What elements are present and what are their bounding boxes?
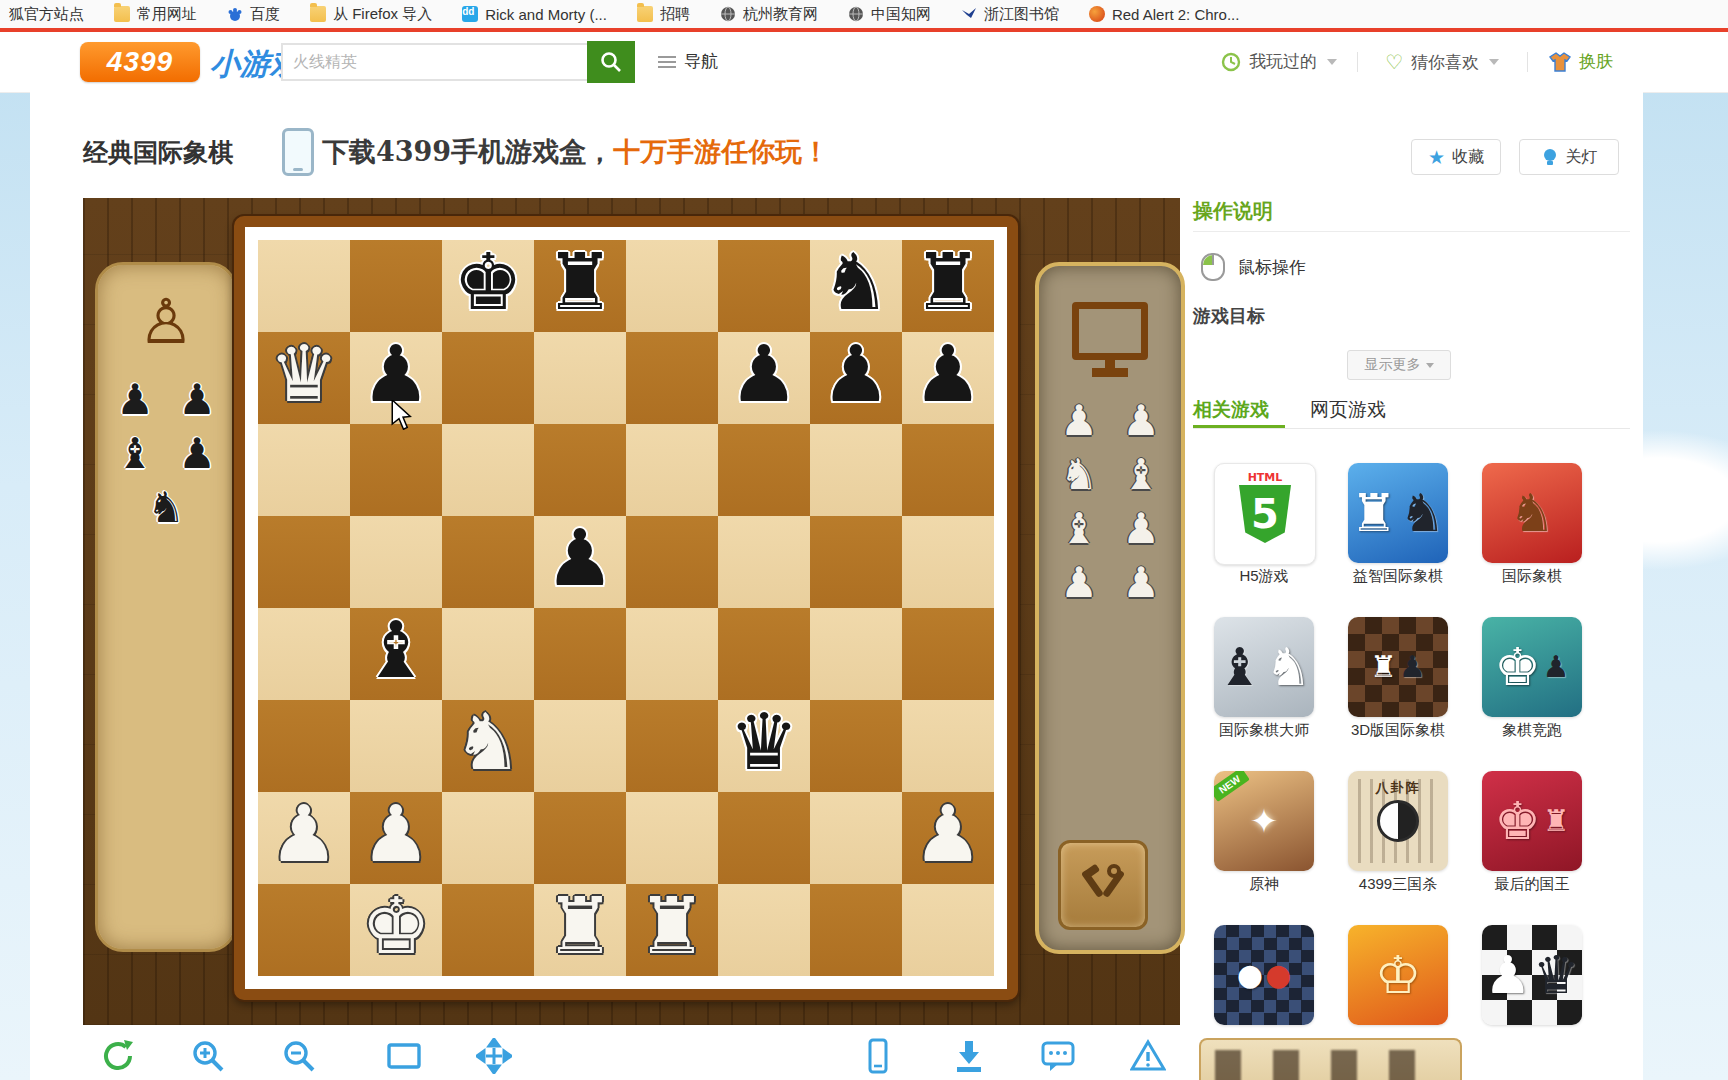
bird-icon [961,6,977,22]
captured-piece-wP: ♟ [1056,400,1102,442]
favorite-button[interactable]: ★收藏 [1411,139,1501,175]
chess-board: ♚♜♞♜♛♟♟♟♟♟♝♞♛♟♟♟♚♜♜ [258,240,994,976]
piece-bK: ♚ [453,243,523,321]
game-thumb-item[interactable]: ♜♞益智国际象棋 [1348,463,1448,563]
square-e2[interactable] [626,792,718,884]
square-a6[interactable] [258,424,350,516]
show-more-button[interactable]: 显示更多 [1347,350,1451,380]
thumb-glyph: ♛ [1533,949,1580,1001]
separator [1527,52,1528,72]
square-d5[interactable]: ♟ [534,516,626,608]
game-thumbnail[interactable]: ♚♜ [1482,771,1582,871]
piece-wK: ♚ [361,887,431,965]
played-label: 我玩过的 [1249,50,1317,73]
bookmark-label: 中国知网 [871,5,931,24]
game-caption: H5游戏 [1197,567,1331,586]
game-thumb-item[interactable]: ♞国际象棋 [1482,463,1582,563]
lights-label: 关灯 [1566,147,1598,168]
captured-piece-bP: ♟ [112,379,158,421]
bookmark-label: Rick and Morty (... [485,6,607,23]
square-a8[interactable] [258,240,350,332]
thumb-glyph: 5 [1239,485,1291,543]
square-c4[interactable] [442,608,534,700]
bookmark-label: 百度 [250,5,280,24]
player-captured-tray: ♙ ♟♟♝♟♞ [95,262,237,952]
game-thumbnail[interactable]: ♔ [1348,925,1448,1025]
partial-game-banner[interactable] [1199,1038,1462,1080]
square-h7[interactable]: ♟ [902,332,994,424]
game-area: ♙ ♟♟♝♟♞ ♟♟♞♝♝♟♟♟ ♚♜♞♜♛♟♟♟♟♟♝♞♛♟♟♟♚♜♜ [83,198,1180,1025]
square-f2[interactable] [718,792,810,884]
related-games-grid: HTML5H5游戏♜♞益智国际象棋♞国际象棋♝♞国际象棋大师♜♟3D版国际象棋♚… [1214,463,1582,1025]
thumb-glyph: ♚ [1494,641,1541,693]
square-d2[interactable] [534,792,626,884]
site-header: 4399 小游戏 导航 我玩过的 ♡ 猜你喜欢 换肤 [0,32,1728,93]
game-thumbnail[interactable]: NEW✦ [1214,771,1314,871]
bookmark-label: Red Alert 2: Chro... [1112,6,1240,23]
bookmark-item[interactable]: 浙江图书馆 [961,5,1059,24]
piece-bN: ♞ [821,243,891,321]
captured-piece-wB: ♝ [1056,508,1102,550]
site-logo[interactable]: 4399 [80,42,200,82]
fullscreen-icon[interactable] [386,1038,424,1076]
captured-piece-bP: ♟ [174,379,220,421]
game-caption: 3D版国际象棋 [1331,721,1465,740]
game-caption: 国际象棋 [1465,567,1599,586]
captured-piece-bN: ♞ [143,487,189,529]
game-toolbar [83,1025,1180,1080]
guess-you-like-menu[interactable]: ♡ 猜你喜欢 [1385,50,1499,74]
piece-bP: ♟ [545,519,615,597]
game-thumbnail[interactable]: HTML5 [1214,463,1316,565]
square-f4[interactable] [718,608,810,700]
bookmark-label: 杭州教育网 [743,5,818,24]
piece-wR: ♜ [545,887,615,965]
feedback-icon[interactable] [1040,1038,1078,1076]
thumb-glyph: ♟ [1399,652,1426,682]
square-d7[interactable] [534,332,626,424]
square-b3[interactable] [350,700,442,792]
captured-piece-wP: ♟ [1118,508,1164,550]
square-f3[interactable]: ♛ [718,700,810,792]
clock-icon [1221,52,1241,72]
game-thumbnail[interactable]: ♟♛ [1482,925,1582,1025]
thumb-glyph: ● [1237,960,1263,990]
square-a7[interactable]: ♛ [258,332,350,424]
thumb-glyph: ♟ [1484,949,1531,1001]
thumb-glyph: ♞ [1265,641,1312,693]
promo-part1: 下载4399手机游戏盒， [322,136,613,167]
captured-piece-bB: ♝ [112,433,158,475]
square-b4[interactable]: ♝ [350,608,442,700]
game-thumbnail[interactable]: 八卦阵 [1348,771,1448,871]
thumb-glyph: ♜ [1350,487,1397,539]
show-more-label: 显示更多 [1365,356,1421,374]
search-button[interactable] [587,41,635,83]
game-thumb-item[interactable]: ●● [1214,925,1314,1025]
square-c2[interactable] [442,792,534,884]
square-h8[interactable]: ♜ [902,240,994,332]
square-e6[interactable] [626,424,718,516]
game-thumbnail[interactable]: ♞ [1482,463,1582,563]
promo-text[interactable]: 下载4399手机游戏盒，十万手游任你玩！ [322,134,829,170]
piece-bR: ♜ [545,243,615,321]
bookmark-label: 狐官方站点 [9,5,84,24]
bookmark-item[interactable]: 从 Firefox 导入 [310,5,432,24]
game-thumbnail[interactable]: ♜♟ [1348,617,1448,717]
square-e1[interactable]: ♜ [626,884,718,976]
square-f5[interactable] [718,516,810,608]
game-thumb-item[interactable]: ♝♞国际象棋大师 [1214,617,1314,717]
thumb-glyph: ♜ [1543,806,1570,836]
square-a1[interactable] [258,884,350,976]
square-a3[interactable] [258,700,350,792]
game-caption: 象棋竞跑 [1465,721,1599,740]
square-g6[interactable] [810,424,902,516]
separator [1357,52,1358,72]
computer-monitor-icon [1072,302,1148,360]
folder-icon [637,6,653,22]
tab-web-games[interactable]: 网页游戏 [1310,397,1386,423]
guess-label: 猜你喜欢 [1411,51,1479,74]
piece-bP: ♟ [913,335,983,413]
mouse-cursor [391,400,413,434]
globe-icon [848,6,864,22]
piece-wP: ♟ [913,795,983,873]
new-badge: NEW [1214,771,1250,802]
mobile-icon[interactable] [860,1038,898,1076]
divider [1193,428,1630,429]
thumb-glyph: ♝ [1216,641,1263,693]
game-thumb-item[interactable]: NEW✦原神 [1214,771,1314,871]
square-g7[interactable]: ♟ [810,332,902,424]
pawn-outline-icon: ♙ [138,291,194,353]
nav-menu[interactable]: 导航 [658,50,718,73]
square-f6[interactable] [718,424,810,516]
square-e7[interactable] [626,332,718,424]
square-a2[interactable]: ♟ [258,792,350,884]
game-thumb-item[interactable]: ♔ [1348,925,1448,1025]
game-thumb-item[interactable]: 八卦阵4399三国杀 [1348,771,1448,871]
bookmark-item[interactable]: 常用网址 [114,5,197,24]
square-a5[interactable] [258,516,350,608]
bookmark-item[interactable]: 中国知网 [848,5,931,24]
chevron-down-icon [1489,59,1499,65]
square-d4[interactable] [534,608,626,700]
bulb-icon [1541,147,1559,167]
game-caption: 原神 [1197,875,1331,894]
download-icon[interactable] [951,1038,989,1076]
thumb-glyph: ♚ [1494,795,1541,847]
divider [1193,231,1630,232]
nav-label: 导航 [684,50,718,73]
search-icon [599,50,623,74]
thumb-glyph: 八卦阵 [1376,781,1421,794]
thumb-glyph [1377,800,1419,842]
bookmark-item[interactable]: ddRick and Morty (... [462,6,607,23]
chevron-down-icon [1327,59,1337,65]
dd-icon: dd [462,6,478,22]
thumb-glyph: ✦ [1250,804,1279,838]
captured-piece-wP: ♟ [1056,562,1102,604]
thumb-glyph: ♞ [1399,487,1446,539]
square-b2[interactable]: ♟ [350,792,442,884]
shirt-icon [1549,52,1571,72]
chevron-down-icon [1426,363,1434,368]
report-icon[interactable] [1130,1038,1168,1076]
mouse-operation-label: 鼠标操作 [1238,256,1306,279]
square-c6[interactable] [442,424,534,516]
bookmark-item[interactable]: Red Alert 2: Chro... [1089,6,1240,23]
bookmark-item[interactable]: 招聘 [637,5,690,24]
bookmark-item[interactable]: 百度 [227,5,280,24]
square-h2[interactable]: ♟ [902,792,994,884]
skin-label: 换肤 [1579,50,1613,73]
square-e4[interactable] [626,608,718,700]
game-thumbnail[interactable]: ♝♞ [1214,617,1314,717]
square-d6[interactable] [534,424,626,516]
captured-black-pieces: ♟♟♝♟♞ [98,379,234,529]
square-h4[interactable] [902,608,994,700]
square-d1[interactable]: ♜ [534,884,626,976]
folder-icon [114,6,130,22]
piece-wR: ♜ [637,887,707,965]
captured-piece-wB: ♝ [1118,454,1164,496]
phone-icon [282,128,314,176]
captured-piece-wN: ♞ [1056,454,1102,496]
square-f7[interactable]: ♟ [718,332,810,424]
game-caption: 4399三国杀 [1331,875,1465,894]
refresh-icon[interactable] [100,1038,138,1076]
square-d3[interactable] [534,700,626,792]
lights-off-button[interactable]: 关灯 [1519,139,1619,175]
square-g2[interactable] [810,792,902,884]
game-goal-label: 游戏目标 [1193,304,1265,328]
piece-bB: ♝ [361,611,431,689]
thumb-glyph: ♜ [1370,652,1397,682]
thumb-glyph: ● [1265,960,1291,990]
game-thumb-item[interactable]: ♜♟3D版国际象棋 [1348,617,1448,717]
mouse-icon [1200,252,1226,282]
game-thumbnail[interactable]: ♜♞ [1348,463,1448,563]
mouse-operation-row: 鼠标操作 [1200,252,1306,282]
bookmark-item[interactable]: 狐官方站点 [2,5,84,24]
game-thumb-item[interactable]: HTML5H5游戏 [1214,463,1314,563]
hamburger-icon [658,53,676,71]
favorite-label: 收藏 [1452,147,1484,168]
game-thumb-item[interactable]: ♚♜最后的国王 [1482,771,1582,871]
heart-icon: ♡ [1385,50,1403,74]
square-h5[interactable] [902,516,994,608]
help-section-title: 操作说明 [1193,198,1273,225]
piece-bP: ♟ [821,335,891,413]
bookmark-label: 常用网址 [137,5,197,24]
square-b1[interactable]: ♚ [350,884,442,976]
expand-icon[interactable] [476,1038,514,1076]
game-caption: 国际象棋大师 [1197,721,1331,740]
game-thumbnail[interactable]: ♚♟ [1482,617,1582,717]
captured-white-pieces: ♟♟♞♝♝♟♟♟ [1039,400,1181,604]
square-b8[interactable] [350,240,442,332]
square-e5[interactable] [626,516,718,608]
square-c7[interactable] [442,332,534,424]
game-caption: 益智国际象棋 [1331,567,1465,586]
search-input[interactable] [281,43,597,81]
folder-icon [310,6,326,22]
game-thumbnail[interactable]: ●● [1214,925,1314,1025]
game-caption: 最后的国王 [1465,875,1599,894]
square-f1[interactable] [718,884,810,976]
tools-icon [1081,863,1125,907]
square-g8[interactable]: ♞ [810,240,902,332]
thumb-glyph: ♟ [1543,652,1570,682]
square-c8[interactable]: ♚ [442,240,534,332]
square-c3[interactable]: ♞ [442,700,534,792]
square-b5[interactable] [350,516,442,608]
square-e3[interactable] [626,700,718,792]
red-alert-icon [1089,6,1105,22]
played-games-menu[interactable]: 我玩过的 [1221,50,1337,73]
zoom-in-icon[interactable] [190,1038,228,1076]
piece-bQ: ♛ [729,703,799,781]
square-f8[interactable] [718,240,810,332]
thumb-glyph: ♞ [1509,487,1556,539]
bookmark-label: 浙江图书馆 [984,5,1059,24]
bookmarks-bar: 狐官方站点 常用网址 百度 从 Firefox 导入 ddRick and Mo… [0,0,1728,29]
chess-board-frame: ♚♜♞♜♛♟♟♟♟♟♝♞♛♟♟♟♚♜♜ [234,216,1018,1000]
square-c5[interactable] [442,516,534,608]
square-a4[interactable] [258,608,350,700]
globe-icon [720,6,736,22]
piece-bR: ♜ [913,243,983,321]
square-c1[interactable] [442,884,534,976]
star-icon: ★ [1428,146,1445,169]
square-b6[interactable] [350,424,442,516]
piece-wP: ♟ [361,795,431,873]
bookmark-label: 从 Firefox 导入 [333,5,432,24]
piece-wQ: ♛ [269,335,339,413]
piece-bP: ♟ [729,335,799,413]
square-g3[interactable] [810,700,902,792]
change-skin-link[interactable]: 换肤 [1549,50,1613,73]
square-h3[interactable] [902,700,994,792]
settings-tools-button[interactable] [1058,840,1148,930]
captured-piece-wP: ♟ [1118,562,1164,604]
piece-wP: ♟ [269,795,339,873]
thumb-glyph: ♔ [1375,949,1422,1001]
square-g4[interactable] [810,608,902,700]
promo-part2: 十万手游任你玩！ [613,136,829,167]
baidu-paw-icon [227,6,243,22]
captured-piece-bP: ♟ [174,433,220,475]
square-d8[interactable]: ♜ [534,240,626,332]
zoom-out-icon[interactable] [281,1038,319,1076]
bookmark-label: 招聘 [660,5,690,24]
game-thumb-item[interactable]: ♚♟象棋竞跑 [1482,617,1582,717]
square-h1[interactable] [902,884,994,976]
square-e8[interactable] [626,240,718,332]
game-thumb-item[interactable]: ♟♛ [1482,925,1582,1025]
captured-piece-wP: ♟ [1118,400,1164,442]
piece-wN: ♞ [453,703,523,781]
thumb-glyph: HTML [1248,472,1283,483]
bookmark-item[interactable]: 杭州教育网 [720,5,818,24]
tab-related-games[interactable]: 相关游戏 [1193,397,1269,423]
square-h6[interactable] [902,424,994,516]
page-title: 经典国际象棋 [83,136,233,169]
square-g5[interactable] [810,516,902,608]
square-g1[interactable] [810,884,902,976]
